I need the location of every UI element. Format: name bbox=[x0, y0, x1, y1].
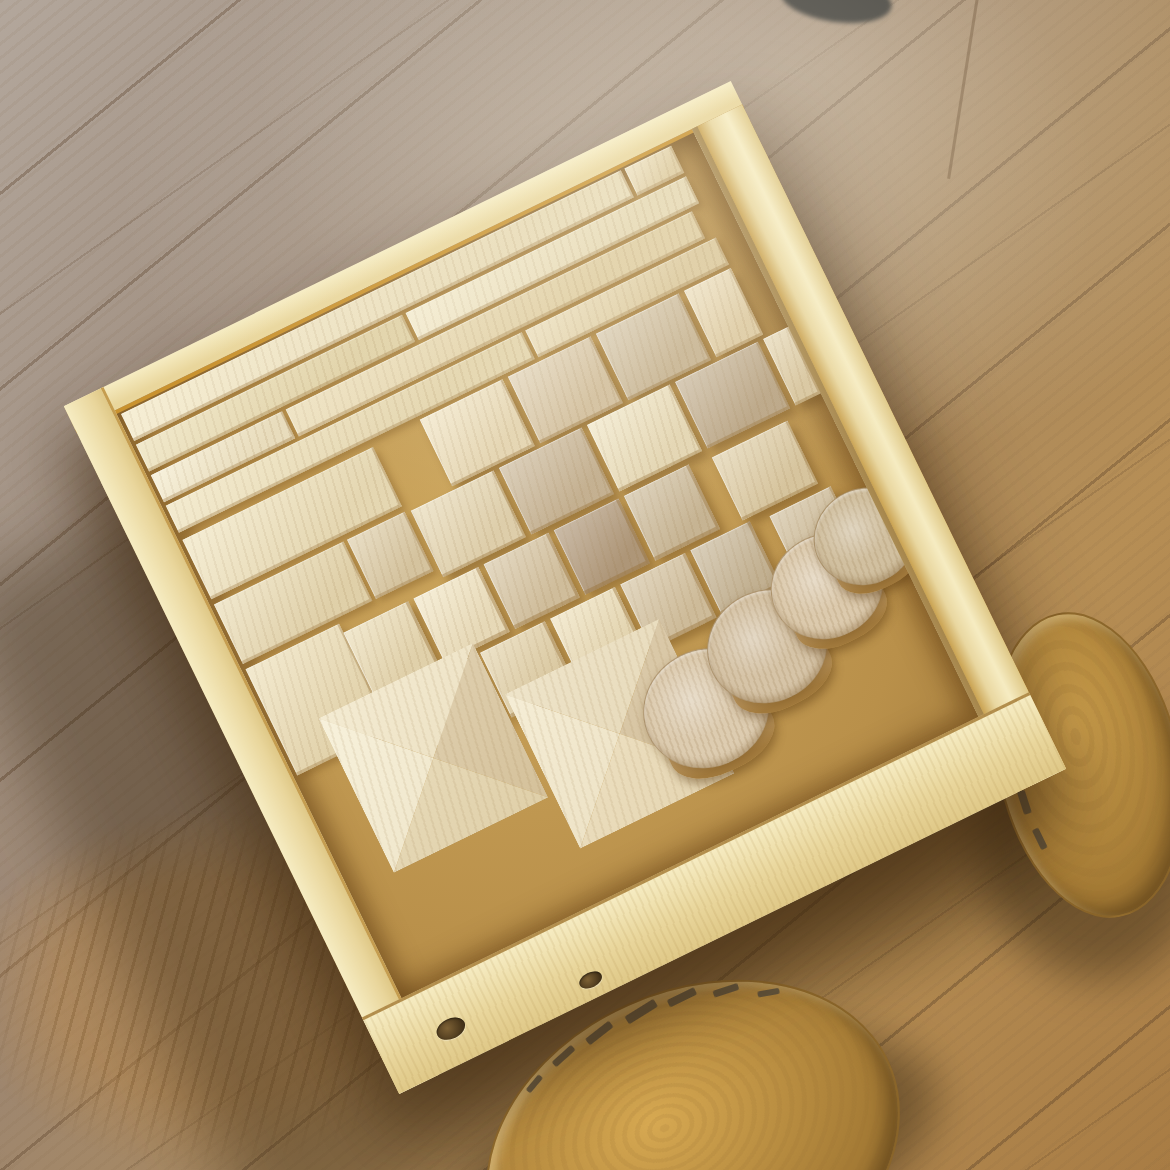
vignette-overlay bbox=[0, 0, 1170, 1170]
scene bbox=[0, 0, 1170, 1170]
